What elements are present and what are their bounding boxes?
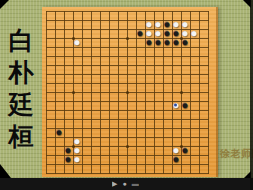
- board-point[interactable]: [145, 56, 154, 65]
- board-point[interactable]: ●: [172, 155, 181, 164]
- board-point[interactable]: [199, 20, 208, 29]
- board-point[interactable]: [127, 137, 136, 146]
- board-point[interactable]: [55, 47, 64, 56]
- board-point[interactable]: [46, 146, 55, 155]
- board-point[interactable]: [118, 110, 127, 119]
- board-point[interactable]: [208, 29, 217, 38]
- board-point[interactable]: [145, 74, 154, 83]
- board-point[interactable]: [109, 29, 118, 38]
- board-point[interactable]: [46, 101, 55, 110]
- board-point[interactable]: [163, 164, 172, 173]
- board-point[interactable]: [190, 137, 199, 146]
- board-point[interactable]: [136, 128, 145, 137]
- board-point[interactable]: [46, 155, 55, 164]
- board-point[interactable]: [100, 119, 109, 128]
- board-point[interactable]: [208, 20, 217, 29]
- board-point[interactable]: [145, 146, 154, 155]
- board-point[interactable]: [181, 56, 190, 65]
- board-point[interactable]: [127, 74, 136, 83]
- board-point[interactable]: [199, 83, 208, 92]
- board-point[interactable]: [82, 74, 91, 83]
- board-point[interactable]: [208, 92, 217, 101]
- board-point[interactable]: [55, 146, 64, 155]
- board-point[interactable]: [163, 83, 172, 92]
- board-point[interactable]: [46, 11, 55, 20]
- board-point[interactable]: [172, 164, 181, 173]
- board-point[interactable]: [190, 128, 199, 137]
- board-point[interactable]: [82, 128, 91, 137]
- board-point[interactable]: [91, 119, 100, 128]
- board-point[interactable]: [199, 29, 208, 38]
- board-point[interactable]: [127, 11, 136, 20]
- board-point[interactable]: ●: [154, 38, 163, 47]
- board-point[interactable]: [91, 56, 100, 65]
- board-point[interactable]: [190, 47, 199, 56]
- board-point[interactable]: ●: [55, 128, 64, 137]
- board-point[interactable]: [181, 110, 190, 119]
- board-point[interactable]: [64, 29, 73, 38]
- board-point[interactable]: [109, 83, 118, 92]
- board-point[interactable]: ●: [145, 38, 154, 47]
- board-point[interactable]: [100, 137, 109, 146]
- board-point[interactable]: [199, 137, 208, 146]
- board-point[interactable]: [55, 20, 64, 29]
- board-point[interactable]: [145, 101, 154, 110]
- board-point[interactable]: [163, 155, 172, 164]
- board-point[interactable]: [136, 74, 145, 83]
- board-point[interactable]: [91, 146, 100, 155]
- board-point[interactable]: [109, 128, 118, 137]
- board-point[interactable]: [100, 173, 109, 178]
- board-point[interactable]: [154, 47, 163, 56]
- board-point[interactable]: [118, 146, 127, 155]
- board-point[interactable]: [55, 155, 64, 164]
- board-point[interactable]: ●: [172, 38, 181, 47]
- board-point[interactable]: [127, 110, 136, 119]
- board-point[interactable]: [73, 74, 82, 83]
- board-point[interactable]: [109, 164, 118, 173]
- board-point[interactable]: [82, 164, 91, 173]
- board-point[interactable]: [64, 164, 73, 173]
- board-point[interactable]: ●: [136, 29, 145, 38]
- board-point[interactable]: [109, 155, 118, 164]
- board-point[interactable]: [154, 101, 163, 110]
- board-point[interactable]: [145, 128, 154, 137]
- board-point[interactable]: [46, 29, 55, 38]
- board-point[interactable]: [73, 11, 82, 20]
- board-point[interactable]: [100, 83, 109, 92]
- board-point[interactable]: [208, 65, 217, 74]
- board-point[interactable]: [208, 110, 217, 119]
- board-point[interactable]: [118, 92, 127, 101]
- board-point[interactable]: [127, 119, 136, 128]
- board-point[interactable]: [46, 128, 55, 137]
- board-point[interactable]: [82, 20, 91, 29]
- board-point[interactable]: [46, 20, 55, 29]
- board-point[interactable]: [64, 101, 73, 110]
- board-point[interactable]: [118, 20, 127, 29]
- board-point[interactable]: [181, 164, 190, 173]
- board-point[interactable]: [190, 74, 199, 83]
- board-point[interactable]: [91, 20, 100, 29]
- board-point[interactable]: [172, 74, 181, 83]
- board-point[interactable]: [73, 56, 82, 65]
- board-point[interactable]: [55, 101, 64, 110]
- board-point[interactable]: [154, 137, 163, 146]
- board-point[interactable]: [190, 155, 199, 164]
- board-point[interactable]: [199, 56, 208, 65]
- board-point[interactable]: [109, 92, 118, 101]
- board-point[interactable]: [163, 92, 172, 101]
- board-point[interactable]: [199, 11, 208, 20]
- board-point[interactable]: [100, 11, 109, 20]
- board-point[interactable]: [190, 110, 199, 119]
- board-point[interactable]: [118, 128, 127, 137]
- board-point[interactable]: [154, 83, 163, 92]
- board-point[interactable]: [136, 65, 145, 74]
- play-icon[interactable]: ▶: [112, 178, 117, 190]
- board-point[interactable]: [73, 164, 82, 173]
- board-point[interactable]: [163, 74, 172, 83]
- board-point[interactable]: [145, 137, 154, 146]
- board-point[interactable]: [82, 173, 91, 178]
- board-point[interactable]: [190, 56, 199, 65]
- board-point[interactable]: [145, 155, 154, 164]
- board-point[interactable]: [64, 74, 73, 83]
- board-point[interactable]: [172, 65, 181, 74]
- board-point[interactable]: [136, 92, 145, 101]
- board-point[interactable]: [46, 110, 55, 119]
- board-point[interactable]: [46, 173, 55, 178]
- board-point[interactable]: [190, 11, 199, 20]
- board-point[interactable]: [82, 83, 91, 92]
- board-point[interactable]: [109, 101, 118, 110]
- board-point[interactable]: [145, 47, 154, 56]
- board-point[interactable]: [118, 56, 127, 65]
- board-point[interactable]: [145, 164, 154, 173]
- board-point[interactable]: [127, 29, 136, 38]
- board-point[interactable]: [145, 92, 154, 101]
- board-point[interactable]: [91, 155, 100, 164]
- board-point[interactable]: [46, 92, 55, 101]
- board-point[interactable]: [109, 20, 118, 29]
- board-point[interactable]: [127, 146, 136, 155]
- board-point[interactable]: [82, 101, 91, 110]
- board-point[interactable]: [100, 101, 109, 110]
- board-point[interactable]: [118, 38, 127, 47]
- board-point[interactable]: [64, 110, 73, 119]
- board-point[interactable]: [64, 38, 73, 47]
- board-point[interactable]: [199, 38, 208, 47]
- board-point[interactable]: [46, 83, 55, 92]
- board-point[interactable]: [55, 74, 64, 83]
- board-point[interactable]: [100, 47, 109, 56]
- board-point[interactable]: [91, 11, 100, 20]
- progress-dot-icon[interactable]: ●: [122, 178, 126, 190]
- board-point[interactable]: [181, 128, 190, 137]
- board-point[interactable]: [154, 164, 163, 173]
- board-point[interactable]: [73, 83, 82, 92]
- board-point[interactable]: [55, 83, 64, 92]
- board-point[interactable]: [100, 20, 109, 29]
- board-point[interactable]: [55, 56, 64, 65]
- board-point[interactable]: [118, 29, 127, 38]
- board-point[interactable]: [82, 137, 91, 146]
- board-point[interactable]: [181, 83, 190, 92]
- board-point[interactable]: [46, 137, 55, 146]
- board-point[interactable]: [208, 83, 217, 92]
- board-point[interactable]: ●: [181, 38, 190, 47]
- board-point[interactable]: [82, 56, 91, 65]
- board-point[interactable]: [91, 101, 100, 110]
- board-point[interactable]: [46, 65, 55, 74]
- board-point[interactable]: [181, 119, 190, 128]
- board-point[interactable]: [100, 65, 109, 74]
- board-point[interactable]: [91, 83, 100, 92]
- board-point[interactable]: [82, 11, 91, 20]
- board-point[interactable]: [109, 47, 118, 56]
- board-point[interactable]: [163, 101, 172, 110]
- board-point[interactable]: [163, 119, 172, 128]
- board-point[interactable]: [199, 74, 208, 83]
- board-point[interactable]: [190, 146, 199, 155]
- board-point[interactable]: [136, 137, 145, 146]
- board-point[interactable]: [118, 65, 127, 74]
- board-point[interactable]: [91, 65, 100, 74]
- board-point[interactable]: [55, 110, 64, 119]
- board-point[interactable]: [136, 11, 145, 20]
- board-point[interactable]: [163, 65, 172, 74]
- board-point[interactable]: [55, 92, 64, 101]
- board-point[interactable]: [199, 92, 208, 101]
- board-point[interactable]: [208, 119, 217, 128]
- board-point[interactable]: [208, 128, 217, 137]
- board-point[interactable]: [199, 164, 208, 173]
- board-point[interactable]: [118, 47, 127, 56]
- board-point[interactable]: [82, 47, 91, 56]
- board-point[interactable]: [118, 101, 127, 110]
- board-point[interactable]: [118, 155, 127, 164]
- board-point[interactable]: [208, 101, 217, 110]
- board-point[interactable]: [127, 56, 136, 65]
- board-point[interactable]: [172, 173, 181, 178]
- board-point[interactable]: [64, 11, 73, 20]
- board-point[interactable]: [136, 155, 145, 164]
- board-point[interactable]: [46, 38, 55, 47]
- board-point[interactable]: [172, 47, 181, 56]
- board-point[interactable]: [190, 164, 199, 173]
- board-point[interactable]: [199, 146, 208, 155]
- board-point[interactable]: [100, 155, 109, 164]
- board-point[interactable]: [154, 56, 163, 65]
- board-point[interactable]: [154, 128, 163, 137]
- board-point[interactable]: [172, 83, 181, 92]
- board-point[interactable]: [163, 137, 172, 146]
- board-point[interactable]: [136, 47, 145, 56]
- board-point[interactable]: [82, 155, 91, 164]
- board-point[interactable]: [145, 119, 154, 128]
- board-point[interactable]: [64, 119, 73, 128]
- board-point[interactable]: [64, 56, 73, 65]
- board-point[interactable]: [199, 128, 208, 137]
- board-point[interactable]: [154, 74, 163, 83]
- board-point[interactable]: [118, 164, 127, 173]
- board-point[interactable]: [154, 155, 163, 164]
- board-point[interactable]: [136, 164, 145, 173]
- board-point[interactable]: [55, 11, 64, 20]
- board-point[interactable]: [181, 155, 190, 164]
- board-point[interactable]: ●: [181, 146, 190, 155]
- board-point[interactable]: [118, 74, 127, 83]
- board-point[interactable]: [154, 119, 163, 128]
- board-point[interactable]: [163, 47, 172, 56]
- board-point[interactable]: ●: [73, 38, 82, 47]
- board-point[interactable]: [100, 38, 109, 47]
- board-point[interactable]: [190, 65, 199, 74]
- board-point[interactable]: [100, 29, 109, 38]
- board-point[interactable]: [109, 65, 118, 74]
- board-point[interactable]: [154, 146, 163, 155]
- board-point[interactable]: [109, 173, 118, 178]
- board-point[interactable]: [100, 92, 109, 101]
- board-point[interactable]: [109, 56, 118, 65]
- board-point[interactable]: [190, 92, 199, 101]
- board-point[interactable]: [64, 65, 73, 74]
- board-point[interactable]: [181, 47, 190, 56]
- board-point[interactable]: [100, 164, 109, 173]
- board-point[interactable]: [64, 92, 73, 101]
- board-point[interactable]: [55, 137, 64, 146]
- board-point[interactable]: [163, 146, 172, 155]
- board-point[interactable]: [136, 173, 145, 178]
- board-point[interactable]: [154, 65, 163, 74]
- board-point[interactable]: [199, 101, 208, 110]
- board-point[interactable]: [136, 83, 145, 92]
- board-point[interactable]: [82, 65, 91, 74]
- board-point[interactable]: [136, 38, 145, 47]
- board-point[interactable]: [208, 38, 217, 47]
- board-point[interactable]: [91, 92, 100, 101]
- board-point[interactable]: [109, 38, 118, 47]
- board-point[interactable]: [127, 20, 136, 29]
- board-point[interactable]: [163, 110, 172, 119]
- board-point[interactable]: [154, 173, 163, 178]
- board-point[interactable]: ●: [181, 101, 190, 110]
- board-point[interactable]: [127, 65, 136, 74]
- board-point[interactable]: [127, 47, 136, 56]
- board-point[interactable]: [199, 47, 208, 56]
- board-point[interactable]: [100, 74, 109, 83]
- board-point[interactable]: [163, 56, 172, 65]
- board-point[interactable]: [145, 173, 154, 178]
- board-point[interactable]: [109, 110, 118, 119]
- board-point[interactable]: [199, 119, 208, 128]
- board-point[interactable]: ●: [73, 155, 82, 164]
- board-point[interactable]: [64, 173, 73, 178]
- board-point[interactable]: [118, 119, 127, 128]
- board-point[interactable]: [181, 74, 190, 83]
- board-point[interactable]: [208, 164, 217, 173]
- board-point[interactable]: [118, 137, 127, 146]
- board-point[interactable]: [190, 119, 199, 128]
- board-point[interactable]: [91, 29, 100, 38]
- board-point[interactable]: [208, 173, 217, 178]
- board-point[interactable]: [82, 38, 91, 47]
- board-point[interactable]: [127, 83, 136, 92]
- board-point[interactable]: [46, 119, 55, 128]
- board-point[interactable]: [91, 47, 100, 56]
- board-point[interactable]: [190, 38, 199, 47]
- board-point[interactable]: [136, 119, 145, 128]
- board-point[interactable]: [136, 101, 145, 110]
- board-point[interactable]: [127, 155, 136, 164]
- board-point[interactable]: [208, 137, 217, 146]
- board-point[interactable]: [64, 83, 73, 92]
- board-point[interactable]: [127, 128, 136, 137]
- board-point[interactable]: [136, 110, 145, 119]
- board-point[interactable]: [73, 65, 82, 74]
- board-point[interactable]: [73, 47, 82, 56]
- board-point[interactable]: [55, 164, 64, 173]
- board-point[interactable]: [172, 119, 181, 128]
- board-point[interactable]: [73, 110, 82, 119]
- board-point[interactable]: [46, 74, 55, 83]
- board-point[interactable]: [199, 173, 208, 178]
- board-point[interactable]: [199, 110, 208, 119]
- board-point[interactable]: [100, 146, 109, 155]
- board-point[interactable]: [208, 11, 217, 20]
- board-point[interactable]: [73, 20, 82, 29]
- board-point[interactable]: [199, 65, 208, 74]
- board-point[interactable]: [73, 119, 82, 128]
- board-point[interactable]: [73, 101, 82, 110]
- board-point[interactable]: [100, 110, 109, 119]
- board-point[interactable]: [82, 146, 91, 155]
- board-point[interactable]: [55, 38, 64, 47]
- board-point[interactable]: [208, 56, 217, 65]
- board-point[interactable]: [82, 92, 91, 101]
- board-point[interactable]: [100, 128, 109, 137]
- board-point[interactable]: [109, 119, 118, 128]
- board-point[interactable]: [127, 92, 136, 101]
- board-point[interactable]: [190, 173, 199, 178]
- board-point[interactable]: [55, 65, 64, 74]
- board-point[interactable]: [208, 146, 217, 155]
- board-point[interactable]: [118, 83, 127, 92]
- board-point[interactable]: [109, 11, 118, 20]
- board-point[interactable]: [145, 65, 154, 74]
- board-point[interactable]: [181, 65, 190, 74]
- board-point[interactable]: [208, 74, 217, 83]
- board-point[interactable]: [109, 137, 118, 146]
- board-point[interactable]: [172, 128, 181, 137]
- board-point[interactable]: [190, 101, 199, 110]
- board-point[interactable]: [91, 38, 100, 47]
- board-point[interactable]: [55, 173, 64, 178]
- board-point[interactable]: [163, 128, 172, 137]
- board-point[interactable]: [91, 173, 100, 178]
- board-point[interactable]: [145, 110, 154, 119]
- board-point[interactable]: [64, 128, 73, 137]
- board-point[interactable]: [136, 56, 145, 65]
- board-point[interactable]: [46, 47, 55, 56]
- board-point[interactable]: [46, 56, 55, 65]
- board-point[interactable]: [154, 92, 163, 101]
- board-point[interactable]: [109, 74, 118, 83]
- board-point[interactable]: [91, 164, 100, 173]
- board-point[interactable]: [172, 110, 181, 119]
- board-point[interactable]: [208, 47, 217, 56]
